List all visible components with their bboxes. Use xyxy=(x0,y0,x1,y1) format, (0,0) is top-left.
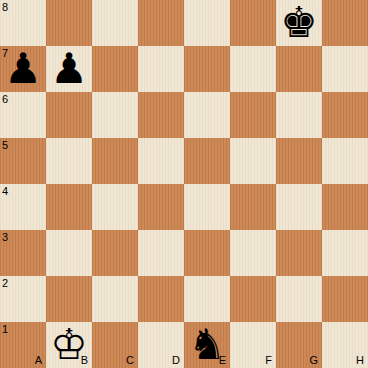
square-h2[interactable] xyxy=(322,276,368,322)
square-f6[interactable] xyxy=(230,92,276,138)
square-d8[interactable] xyxy=(138,0,184,46)
square-d1[interactable]: D xyxy=(138,322,184,368)
file-label-g: G xyxy=(309,355,318,366)
square-h5[interactable] xyxy=(322,138,368,184)
rank-label-1: 1 xyxy=(2,324,8,335)
square-b2[interactable] xyxy=(46,276,92,322)
square-e2[interactable] xyxy=(184,276,230,322)
square-c6[interactable] xyxy=(92,92,138,138)
square-f3[interactable] xyxy=(230,230,276,276)
rank-label-3: 3 xyxy=(2,232,8,243)
rank-label-5: 5 xyxy=(2,140,8,151)
square-f1[interactable]: F xyxy=(230,322,276,368)
black-pawn[interactable]: ♟ xyxy=(50,48,88,90)
file-label-e: E xyxy=(219,355,226,366)
square-b4[interactable] xyxy=(46,184,92,230)
rank-label-6: 6 xyxy=(2,94,8,105)
square-a2[interactable]: 2 xyxy=(0,276,46,322)
chess-board: 8♚7♟♟654321AB♔CDE♞FGH xyxy=(0,0,368,368)
square-d6[interactable] xyxy=(138,92,184,138)
rank-label-8: 8 xyxy=(2,2,8,13)
file-label-d: D xyxy=(172,355,180,366)
square-e7[interactable] xyxy=(184,46,230,92)
square-g1[interactable]: G xyxy=(276,322,322,368)
square-g3[interactable] xyxy=(276,230,322,276)
file-label-a: A xyxy=(35,355,42,366)
square-c1[interactable]: C xyxy=(92,322,138,368)
square-h7[interactable] xyxy=(322,46,368,92)
square-e5[interactable] xyxy=(184,138,230,184)
square-b1[interactable]: B♔ xyxy=(46,322,92,368)
square-e4[interactable] xyxy=(184,184,230,230)
square-a4[interactable]: 4 xyxy=(0,184,46,230)
square-c2[interactable] xyxy=(92,276,138,322)
square-a8[interactable]: 8 xyxy=(0,0,46,46)
square-c5[interactable] xyxy=(92,138,138,184)
file-label-b: B xyxy=(81,355,88,366)
square-b3[interactable] xyxy=(46,230,92,276)
square-e3[interactable] xyxy=(184,230,230,276)
square-g4[interactable] xyxy=(276,184,322,230)
square-b5[interactable] xyxy=(46,138,92,184)
file-label-h: H xyxy=(356,355,364,366)
square-a6[interactable]: 6 xyxy=(0,92,46,138)
square-d3[interactable] xyxy=(138,230,184,276)
square-b7[interactable]: ♟ xyxy=(46,46,92,92)
square-d4[interactable] xyxy=(138,184,184,230)
rank-label-2: 2 xyxy=(2,278,8,289)
file-label-c: C xyxy=(126,355,134,366)
square-f8[interactable] xyxy=(230,0,276,46)
square-c8[interactable] xyxy=(92,0,138,46)
square-f2[interactable] xyxy=(230,276,276,322)
square-e1[interactable]: E♞ xyxy=(184,322,230,368)
square-g6[interactable] xyxy=(276,92,322,138)
square-g5[interactable] xyxy=(276,138,322,184)
square-f5[interactable] xyxy=(230,138,276,184)
square-h1[interactable]: H xyxy=(322,322,368,368)
square-d5[interactable] xyxy=(138,138,184,184)
square-a5[interactable]: 5 xyxy=(0,138,46,184)
square-b6[interactable] xyxy=(46,92,92,138)
square-g7[interactable] xyxy=(276,46,322,92)
square-a3[interactable]: 3 xyxy=(0,230,46,276)
square-c4[interactable] xyxy=(92,184,138,230)
square-c7[interactable] xyxy=(92,46,138,92)
square-c3[interactable] xyxy=(92,230,138,276)
square-b8[interactable] xyxy=(46,0,92,46)
square-e6[interactable] xyxy=(184,92,230,138)
file-label-f: F xyxy=(265,355,272,366)
black-king[interactable]: ♚ xyxy=(280,2,318,44)
square-d7[interactable] xyxy=(138,46,184,92)
black-pawn[interactable]: ♟ xyxy=(4,48,42,90)
square-a1[interactable]: 1A xyxy=(0,322,46,368)
rank-label-4: 4 xyxy=(2,186,8,197)
square-h3[interactable] xyxy=(322,230,368,276)
square-a7[interactable]: 7♟ xyxy=(0,46,46,92)
square-h6[interactable] xyxy=(322,92,368,138)
square-h4[interactable] xyxy=(322,184,368,230)
square-f4[interactable] xyxy=(230,184,276,230)
square-f7[interactable] xyxy=(230,46,276,92)
square-h8[interactable] xyxy=(322,0,368,46)
square-g2[interactable] xyxy=(276,276,322,322)
square-g8[interactable]: ♚ xyxy=(276,0,322,46)
square-d2[interactable] xyxy=(138,276,184,322)
rank-label-7: 7 xyxy=(2,48,8,59)
square-e8[interactable] xyxy=(184,0,230,46)
